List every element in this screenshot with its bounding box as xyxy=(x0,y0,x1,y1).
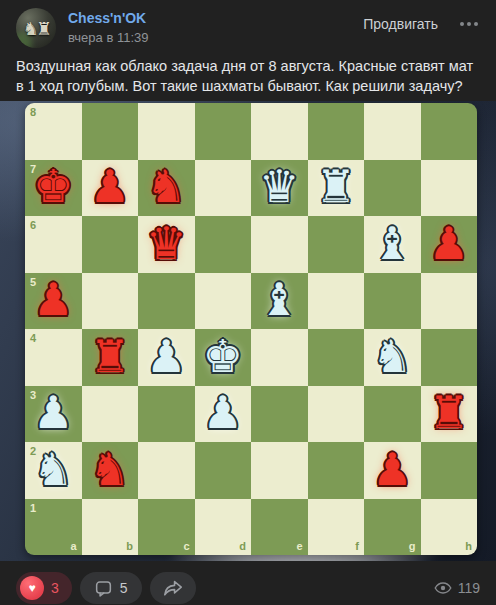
square-d3[interactable]: ♟ xyxy=(195,386,252,443)
share-icon xyxy=(162,579,184,598)
square-h5[interactable] xyxy=(421,273,478,330)
square-e2[interactable] xyxy=(251,442,308,499)
piece-red-pawn[interactable]: ♟ xyxy=(90,164,130,209)
piece-red-pawn[interactable]: ♟ xyxy=(372,447,412,492)
square-e3[interactable] xyxy=(251,386,308,443)
piece-blue-pawn[interactable]: ♟ xyxy=(33,390,73,435)
rank-label-6: 6 xyxy=(30,220,36,231)
piece-blue-rook[interactable]: ♜ xyxy=(316,164,356,209)
square-a5[interactable]: 5♟ xyxy=(25,273,82,330)
share-button[interactable] xyxy=(150,572,196,604)
piece-blue-bishop[interactable]: ♝ xyxy=(372,221,412,266)
chess-pieces-icon: ♞♜ xyxy=(23,18,49,39)
piece-blue-knight[interactable]: ♞ xyxy=(33,447,73,492)
comment-icon xyxy=(94,579,113,598)
square-h4[interactable] xyxy=(421,329,478,386)
square-g1[interactable]: g xyxy=(364,499,421,556)
square-d7[interactable] xyxy=(195,160,252,217)
square-g3[interactable] xyxy=(364,386,421,443)
piece-red-rook[interactable]: ♜ xyxy=(429,390,469,435)
heart-icon: ♥ xyxy=(20,576,44,600)
square-a2[interactable]: 2♞ xyxy=(25,442,82,499)
like-count: 3 xyxy=(51,580,59,596)
square-d8[interactable] xyxy=(195,103,252,160)
square-b3[interactable] xyxy=(82,386,139,443)
dot-icon xyxy=(474,22,478,26)
square-c5[interactable] xyxy=(138,273,195,330)
square-g4[interactable]: ♞ xyxy=(364,329,421,386)
author-block: Chess'n'OK вчера в 11:39 xyxy=(68,8,363,45)
file-label-c: c xyxy=(183,541,189,552)
square-g2[interactable]: ♟ xyxy=(364,442,421,499)
square-a4[interactable]: 4 xyxy=(25,329,82,386)
rank-label-1: 1 xyxy=(30,503,36,514)
square-e1[interactable]: e xyxy=(251,499,308,556)
rank-label-4: 4 xyxy=(30,333,36,344)
piece-red-knight[interactable]: ♞ xyxy=(90,447,130,492)
piece-blue-pawn[interactable]: ♟ xyxy=(146,334,186,379)
square-h3[interactable]: ♜ xyxy=(421,386,478,443)
square-d6[interactable] xyxy=(195,216,252,273)
file-label-f: f xyxy=(355,541,359,552)
square-f8[interactable] xyxy=(308,103,365,160)
piece-blue-king[interactable]: ♚ xyxy=(203,334,243,379)
square-e8[interactable] xyxy=(251,103,308,160)
comment-count: 5 xyxy=(120,580,128,596)
piece-red-king[interactable]: ♚ xyxy=(33,164,73,209)
square-b7[interactable]: ♟ xyxy=(82,160,139,217)
square-b5[interactable] xyxy=(82,273,139,330)
square-h6[interactable]: ♟ xyxy=(421,216,478,273)
square-d5[interactable] xyxy=(195,273,252,330)
piece-red-queen[interactable]: ♛ xyxy=(146,221,186,266)
square-e5[interactable]: ♝ xyxy=(251,273,308,330)
square-a8[interactable]: 8 xyxy=(25,103,82,160)
square-g7[interactable] xyxy=(364,160,421,217)
rank-label-8: 8 xyxy=(30,107,36,118)
square-h8[interactable] xyxy=(421,103,478,160)
square-f5[interactable] xyxy=(308,273,365,330)
dot-icon xyxy=(460,22,464,26)
square-a3[interactable]: 3♟ xyxy=(25,386,82,443)
file-label-d: d xyxy=(239,541,246,552)
piece-blue-bishop[interactable]: ♝ xyxy=(259,277,299,322)
square-e4[interactable] xyxy=(251,329,308,386)
piece-red-knight[interactable]: ♞ xyxy=(146,164,186,209)
square-c6[interactable]: ♛ xyxy=(138,216,195,273)
square-f1[interactable]: f xyxy=(308,499,365,556)
square-b8[interactable] xyxy=(82,103,139,160)
square-a6[interactable]: 6 xyxy=(25,216,82,273)
promote-button[interactable]: Продвигать xyxy=(363,16,438,32)
square-g6[interactable]: ♝ xyxy=(364,216,421,273)
file-label-a: a xyxy=(70,541,76,552)
square-h2[interactable] xyxy=(421,442,478,499)
square-c1[interactable]: c xyxy=(138,499,195,556)
piece-blue-knight[interactable]: ♞ xyxy=(372,334,412,379)
more-menu-button[interactable] xyxy=(458,17,480,31)
piece-red-pawn[interactable]: ♟ xyxy=(429,221,469,266)
square-c4[interactable]: ♟ xyxy=(138,329,195,386)
dot-icon xyxy=(467,22,471,26)
views-counter: 119 xyxy=(434,580,480,596)
square-c7[interactable]: ♞ xyxy=(138,160,195,217)
square-d4[interactable]: ♚ xyxy=(195,329,252,386)
author-name[interactable]: Chess'n'OK xyxy=(68,10,363,26)
square-c8[interactable] xyxy=(138,103,195,160)
file-label-e: e xyxy=(296,541,302,552)
square-d1[interactable]: d xyxy=(195,499,252,556)
piece-red-rook[interactable]: ♜ xyxy=(90,334,130,379)
file-label-g: g xyxy=(409,541,416,552)
square-f3[interactable] xyxy=(308,386,365,443)
post-timestamp[interactable]: вчера в 11:39 xyxy=(68,30,363,45)
square-b4[interactable]: ♜ xyxy=(82,329,139,386)
square-b2[interactable]: ♞ xyxy=(82,442,139,499)
square-g5[interactable] xyxy=(364,273,421,330)
piece-red-pawn[interactable]: ♟ xyxy=(33,277,73,322)
square-h1[interactable]: h xyxy=(421,499,478,556)
square-a1[interactable]: 1a xyxy=(25,499,82,556)
square-c3[interactable] xyxy=(138,386,195,443)
square-f7[interactable]: ♜ xyxy=(308,160,365,217)
piece-blue-pawn[interactable]: ♟ xyxy=(203,390,243,435)
post-text: Воздушная как облако задача дня от 8 авг… xyxy=(0,48,496,101)
chess-board[interactable]: 87♚♟♞♛♜6♛♝♟5♟♝4♜♟♚♞3♟♟♜2♞♞♟1abcdefgh xyxy=(25,103,477,555)
header-actions: Продвигать xyxy=(363,8,480,32)
avatar[interactable]: ♞♜ xyxy=(16,8,56,48)
square-d2[interactable] xyxy=(195,442,252,499)
file-label-h: h xyxy=(465,541,472,552)
square-a7[interactable]: 7♚ xyxy=(25,160,82,217)
square-f2[interactable] xyxy=(308,442,365,499)
square-c2[interactable] xyxy=(138,442,195,499)
square-e6[interactable] xyxy=(251,216,308,273)
square-b6[interactable] xyxy=(82,216,139,273)
square-f4[interactable] xyxy=(308,329,365,386)
post-image[interactable]: 87♚♟♞♛♜6♛♝♟5♟♝4♜♟♚♞3♟♟♜2♞♞♟1abcdefgh xyxy=(0,101,496,561)
views-count: 119 xyxy=(458,580,480,596)
square-g8[interactable] xyxy=(364,103,421,160)
post-header: ♞♜ Chess'n'OK вчера в 11:39 Продвигать xyxy=(0,0,496,48)
comment-button[interactable]: 5 xyxy=(80,572,142,604)
post-card: ♞♜ Chess'n'OK вчера в 11:39 Продвигать В… xyxy=(0,0,496,605)
post-footer: ♥ 3 5 119 xyxy=(0,561,496,604)
square-b1[interactable]: b xyxy=(82,499,139,556)
file-label-b: b xyxy=(126,541,133,552)
square-e7[interactable]: ♛ xyxy=(251,160,308,217)
like-button[interactable]: ♥ 3 xyxy=(16,572,72,604)
piece-blue-queen[interactable]: ♛ xyxy=(259,164,299,209)
square-h7[interactable] xyxy=(421,160,478,217)
eye-icon xyxy=(434,582,452,594)
square-f6[interactable] xyxy=(308,216,365,273)
